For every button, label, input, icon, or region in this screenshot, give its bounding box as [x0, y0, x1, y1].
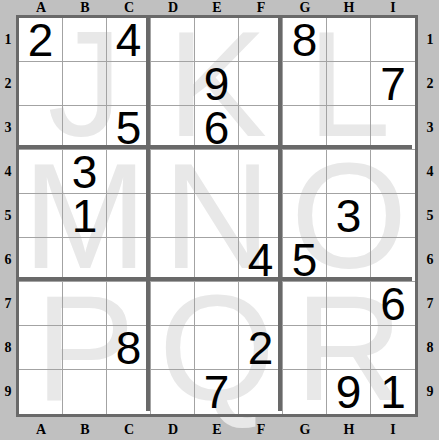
row-label-right-9: 9 [421, 370, 439, 414]
cell-D6[interactable] [151, 238, 195, 282]
cell-C4[interactable] [107, 150, 151, 194]
cell-F6[interactable]: 4 [239, 238, 283, 282]
row-label-right-8: 8 [421, 326, 439, 370]
cell-B4[interactable]: 3 [63, 150, 107, 194]
cell-H2[interactable] [327, 62, 371, 106]
cell-I9[interactable]: 1 [371, 370, 415, 414]
row-label-left-3: 3 [0, 106, 16, 150]
cell-G9[interactable] [283, 370, 327, 414]
cell-B6[interactable] [63, 238, 107, 282]
cell-B3[interactable] [63, 106, 107, 150]
cell-E6[interactable] [195, 238, 239, 282]
cell-I4[interactable] [371, 150, 415, 194]
cell-B5[interactable]: 1 [63, 194, 107, 238]
given-digit: 3 [336, 193, 362, 239]
cell-I3[interactable] [371, 106, 415, 150]
cell-A1[interactable]: 2 [19, 18, 63, 62]
given-digit: 4 [248, 237, 274, 283]
cell-I6[interactable] [371, 238, 415, 282]
cell-I8[interactable] [371, 326, 415, 370]
row-label-right-5: 5 [421, 194, 439, 238]
row-labels-right: 123456789 [421, 18, 439, 414]
given-digit: 9 [204, 61, 230, 107]
cell-A5[interactable] [19, 194, 63, 238]
cell-H9[interactable]: 9 [327, 370, 371, 414]
cell-A9[interactable] [19, 370, 63, 414]
cell-B7[interactable] [63, 282, 107, 326]
cell-B2[interactable] [63, 62, 107, 106]
cell-A8[interactable] [19, 326, 63, 370]
cell-D8[interactable] [151, 326, 195, 370]
cell-E9[interactable]: 7 [195, 370, 239, 414]
cell-H5[interactable]: 3 [327, 194, 371, 238]
cell-H8[interactable] [327, 326, 371, 370]
given-digit: 2 [248, 325, 274, 371]
cell-G6[interactable]: 5 [283, 238, 327, 282]
given-digit: 8 [292, 17, 318, 63]
given-digit: 5 [116, 105, 142, 151]
cell-D5[interactable] [151, 194, 195, 238]
cell-D1[interactable] [151, 18, 195, 62]
cell-F2[interactable] [239, 62, 283, 106]
cell-I2[interactable]: 7 [371, 62, 415, 106]
cell-C7[interactable] [107, 282, 151, 326]
cell-C3[interactable]: 5 [107, 106, 151, 150]
cell-C8[interactable]: 8 [107, 326, 151, 370]
given-digit: 6 [204, 105, 230, 151]
cell-A6[interactable] [19, 238, 63, 282]
cell-C1[interactable]: 4 [107, 18, 151, 62]
cell-E3[interactable]: 6 [195, 106, 239, 150]
cell-F1[interactable] [239, 18, 283, 62]
cell-I5[interactable] [371, 194, 415, 238]
row-label-left-6: 6 [0, 238, 16, 282]
cell-F5[interactable] [239, 194, 283, 238]
cell-B8[interactable] [63, 326, 107, 370]
cell-grid: 248975631345682791 [19, 18, 415, 414]
cell-H6[interactable] [327, 238, 371, 282]
cell-B1[interactable] [63, 18, 107, 62]
sudoku-app: ABCDEFGHI ABCDEFGHI 123456789 123456789 … [0, 0, 439, 440]
row-label-right-7: 7 [421, 282, 439, 326]
row-label-left-8: 8 [0, 326, 16, 370]
row-labels-left: 123456789 [0, 18, 16, 414]
cell-E5[interactable] [195, 194, 239, 238]
cell-E7[interactable] [195, 282, 239, 326]
cell-A7[interactable] [19, 282, 63, 326]
cell-D4[interactable] [151, 150, 195, 194]
row-label-left-2: 2 [0, 62, 16, 106]
row-label-right-3: 3 [421, 106, 439, 150]
cell-G5[interactable] [283, 194, 327, 238]
cell-G4[interactable] [283, 150, 327, 194]
cell-E1[interactable] [195, 18, 239, 62]
row-label-right-2: 2 [421, 62, 439, 106]
cell-I1[interactable] [371, 18, 415, 62]
row-label-right-4: 4 [421, 150, 439, 194]
given-digit: 7 [380, 61, 406, 107]
cell-G1[interactable]: 8 [283, 18, 327, 62]
given-digit: 3 [72, 149, 98, 195]
cell-I7[interactable]: 6 [371, 282, 415, 326]
cell-G7[interactable] [283, 282, 327, 326]
sudoku-board: JKLMNOPQR 248975631345682791 [16, 15, 418, 417]
row-label-left-9: 9 [0, 370, 16, 414]
cell-F3[interactable] [239, 106, 283, 150]
cell-A2[interactable] [19, 62, 63, 106]
given-digit: 6 [380, 281, 406, 327]
cell-A4[interactable] [19, 150, 63, 194]
cell-E4[interactable] [195, 150, 239, 194]
given-digit: 4 [116, 17, 142, 63]
cell-G3[interactable] [283, 106, 327, 150]
row-label-left-7: 7 [0, 282, 16, 326]
cell-C9[interactable] [107, 370, 151, 414]
row-label-left-1: 1 [0, 18, 16, 62]
row-label-left-5: 5 [0, 194, 16, 238]
cell-H7[interactable] [327, 282, 371, 326]
cell-D7[interactable] [151, 282, 195, 326]
given-digit: 9 [336, 369, 362, 415]
row-label-left-4: 4 [0, 150, 16, 194]
given-digit: 5 [292, 237, 318, 283]
row-label-right-6: 6 [421, 238, 439, 282]
cell-D3[interactable] [151, 106, 195, 150]
given-digit: 7 [204, 369, 230, 415]
given-digit: 1 [72, 193, 98, 239]
given-digit: 1 [380, 369, 406, 415]
cell-G2[interactable] [283, 62, 327, 106]
cell-D2[interactable] [151, 62, 195, 106]
cell-E2[interactable]: 9 [195, 62, 239, 106]
cell-C6[interactable] [107, 238, 151, 282]
cell-E8[interactable] [195, 326, 239, 370]
cell-H1[interactable] [327, 18, 371, 62]
cell-F4[interactable] [239, 150, 283, 194]
cell-B9[interactable] [63, 370, 107, 414]
cell-F7[interactable] [239, 282, 283, 326]
cell-F9[interactable] [239, 370, 283, 414]
cell-D9[interactable] [151, 370, 195, 414]
cell-C2[interactable] [107, 62, 151, 106]
cell-G8[interactable] [283, 326, 327, 370]
cell-A3[interactable] [19, 106, 63, 150]
cell-C5[interactable] [107, 194, 151, 238]
given-digit: 2 [28, 17, 54, 63]
cell-H4[interactable] [327, 150, 371, 194]
cell-H3[interactable] [327, 106, 371, 150]
cell-F8[interactable]: 2 [239, 326, 283, 370]
given-digit: 8 [116, 325, 142, 371]
row-label-right-1: 1 [421, 18, 439, 62]
